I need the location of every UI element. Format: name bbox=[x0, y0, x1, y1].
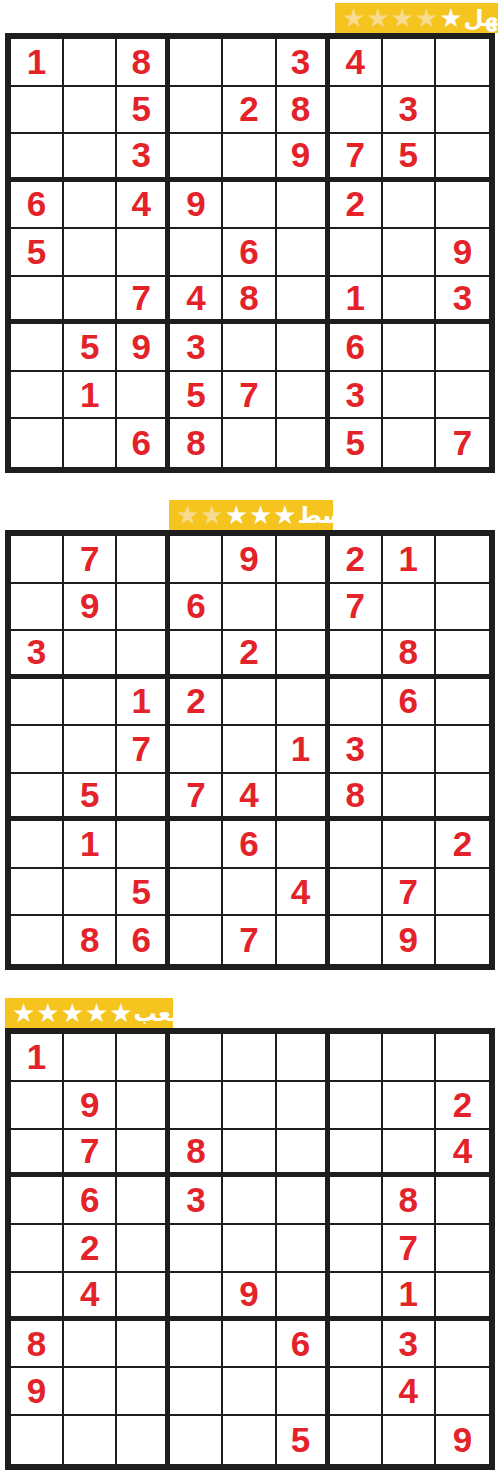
sudoku-cell-given: 9 bbox=[383, 916, 436, 964]
sudoku-cell-empty[interactable] bbox=[223, 419, 276, 467]
sudoku-cell-empty[interactable] bbox=[330, 1082, 383, 1130]
sudoku-cell-given: 9 bbox=[277, 134, 330, 182]
sudoku-cell-empty[interactable] bbox=[436, 372, 489, 420]
star-filled-icon: ★ bbox=[273, 502, 296, 528]
sudoku-cell-empty[interactable] bbox=[436, 324, 489, 372]
sudoku-cell-empty[interactable] bbox=[330, 1177, 383, 1225]
sudoku-cell-empty[interactable] bbox=[11, 277, 64, 325]
sudoku-cell-empty[interactable] bbox=[330, 631, 383, 679]
sudoku-cell-given: 1 bbox=[330, 277, 383, 325]
sudoku-cell-given: 5 bbox=[383, 134, 436, 182]
sudoku-cell-empty[interactable] bbox=[330, 1273, 383, 1321]
sudoku-cell-empty[interactable] bbox=[436, 1177, 489, 1225]
sudoku-cell-given: 7 bbox=[223, 916, 276, 964]
sudoku-cell-empty[interactable] bbox=[223, 584, 276, 632]
sudoku-cell-empty[interactable] bbox=[170, 821, 223, 869]
sudoku-cell-empty[interactable] bbox=[223, 1034, 276, 1082]
sudoku-cell-given: 7 bbox=[64, 536, 117, 584]
sudoku-cell-given: 6 bbox=[11, 182, 64, 230]
sudoku-cell-given: 4 bbox=[223, 774, 276, 822]
sudoku-cell-empty[interactable] bbox=[330, 679, 383, 727]
sudoku-cell-given: 8 bbox=[383, 1177, 436, 1225]
sudoku-cell-empty[interactable] bbox=[330, 1368, 383, 1416]
sudoku-cell-empty[interactable] bbox=[64, 39, 117, 87]
sudoku-cell-given: 9 bbox=[64, 1082, 117, 1130]
sudoku-cell-empty[interactable] bbox=[64, 134, 117, 182]
sudoku-cell-empty[interactable] bbox=[277, 584, 330, 632]
sudoku-cell-given: 9 bbox=[436, 1416, 489, 1464]
sudoku-cell-empty[interactable] bbox=[11, 584, 64, 632]
sudoku-cell-empty[interactable] bbox=[117, 584, 170, 632]
sudoku-cell-given: 6 bbox=[170, 584, 223, 632]
sudoku-grid-hard: 192784638274918639459 bbox=[5, 1028, 495, 1470]
sudoku-cell-given: 1 bbox=[11, 1034, 64, 1082]
star-empty-icon: ★ bbox=[391, 5, 414, 31]
difficulty-label-easy: سهل bbox=[464, 3, 500, 33]
sudoku-cell-empty[interactable] bbox=[64, 87, 117, 135]
sudoku-cell-given: 4 bbox=[277, 869, 330, 917]
sudoku-cell-empty[interactable] bbox=[117, 1130, 170, 1178]
sudoku-cell-given: 2 bbox=[436, 821, 489, 869]
sudoku-cell-empty[interactable] bbox=[436, 1273, 489, 1321]
sudoku-cell-empty[interactable] bbox=[170, 39, 223, 87]
sudoku-cell-empty[interactable] bbox=[117, 1034, 170, 1082]
difficulty-banner-hard: ★★★★★ صعب bbox=[5, 998, 173, 1028]
sudoku-cell-empty[interactable] bbox=[436, 39, 489, 87]
sudoku-cell-empty[interactable] bbox=[117, 1368, 170, 1416]
sudoku-cell-empty[interactable] bbox=[223, 1177, 276, 1225]
sudoku-cell-empty[interactable] bbox=[117, 1225, 170, 1273]
sudoku-cell-given: 2 bbox=[330, 182, 383, 230]
sudoku-cell-empty[interactable] bbox=[383, 277, 436, 325]
sudoku-cell-given: 8 bbox=[330, 774, 383, 822]
sudoku-cell-empty[interactable] bbox=[170, 1034, 223, 1082]
sudoku-cell-empty[interactable] bbox=[277, 277, 330, 325]
sudoku-cell-given: 5 bbox=[330, 419, 383, 467]
sudoku-cell-empty[interactable] bbox=[170, 229, 223, 277]
sudoku-cell-given: 7 bbox=[117, 277, 170, 325]
sudoku-cell-empty[interactable] bbox=[436, 1368, 489, 1416]
sudoku-cell-given: 7 bbox=[383, 869, 436, 917]
sudoku-cell-given: 8 bbox=[277, 87, 330, 135]
star-filled-icon: ★ bbox=[439, 5, 462, 31]
sudoku-cell-empty[interactable] bbox=[170, 726, 223, 774]
sudoku-cell-given: 7 bbox=[170, 774, 223, 822]
star-empty-icon: ★ bbox=[415, 5, 438, 31]
sudoku-cell-empty[interactable] bbox=[170, 536, 223, 584]
sudoku-cell-given: 2 bbox=[223, 87, 276, 135]
sudoku-cell-empty[interactable] bbox=[117, 821, 170, 869]
sudoku-cell-empty[interactable] bbox=[436, 1225, 489, 1273]
sudoku-cell-given: 8 bbox=[383, 631, 436, 679]
sudoku-cell-empty[interactable] bbox=[117, 631, 170, 679]
sudoku-cell-given: 6 bbox=[117, 419, 170, 467]
sudoku-cell-given: 9 bbox=[117, 324, 170, 372]
sudoku-cell-empty[interactable] bbox=[330, 1416, 383, 1464]
sudoku-cell-empty[interactable] bbox=[223, 1225, 276, 1273]
sudoku-cell-empty[interactable] bbox=[383, 419, 436, 467]
sudoku-cell-given: 2 bbox=[436, 1082, 489, 1130]
sudoku-cell-empty[interactable] bbox=[117, 774, 170, 822]
sudoku-cell-given: 3 bbox=[330, 726, 383, 774]
sudoku-cell-given: 2 bbox=[330, 536, 383, 584]
sudoku-cell-given: 4 bbox=[170, 277, 223, 325]
sudoku-cell-empty[interactable] bbox=[223, 1130, 276, 1178]
difficulty-banner-medium: ★★★★★ وسط bbox=[169, 500, 333, 530]
sudoku-cell-given: 9 bbox=[223, 1273, 276, 1321]
sudoku-cell-empty[interactable] bbox=[330, 1321, 383, 1369]
sudoku-cell-given: 6 bbox=[330, 324, 383, 372]
sudoku-cell-empty[interactable] bbox=[64, 869, 117, 917]
sudoku-cell-empty[interactable] bbox=[436, 679, 489, 727]
sudoku-cell-empty[interactable] bbox=[436, 1321, 489, 1369]
sudoku-cell-empty[interactable] bbox=[11, 821, 64, 869]
sudoku-cell-empty[interactable] bbox=[11, 324, 64, 372]
sudoku-cell-empty[interactable] bbox=[277, 229, 330, 277]
sudoku-cell-given: 7 bbox=[330, 584, 383, 632]
sudoku-cell-given: 1 bbox=[11, 39, 64, 87]
sudoku-cell-empty[interactable] bbox=[223, 1416, 276, 1464]
difficulty-label-hard: صعب bbox=[134, 998, 194, 1028]
sudoku-cell-empty[interactable] bbox=[64, 1416, 117, 1464]
star-empty-icon: ★ bbox=[200, 502, 223, 528]
sudoku-cell-given: 3 bbox=[330, 372, 383, 420]
sudoku-cell-given: 8 bbox=[170, 1130, 223, 1178]
sudoku-cell-empty[interactable] bbox=[383, 774, 436, 822]
sudoku-cell-empty[interactable] bbox=[383, 182, 436, 230]
sudoku-cell-empty[interactable] bbox=[436, 87, 489, 135]
difficulty-label-medium: وسط bbox=[298, 500, 360, 530]
sudoku-cell-empty[interactable] bbox=[277, 1082, 330, 1130]
sudoku-cell-given: 1 bbox=[383, 1273, 436, 1321]
difficulty-stars-medium: ★★★★★ bbox=[176, 502, 298, 528]
sudoku-cell-empty[interactable] bbox=[383, 39, 436, 87]
sudoku-cell-empty[interactable] bbox=[383, 229, 436, 277]
sudoku-cell-empty[interactable] bbox=[436, 1034, 489, 1082]
star-filled-icon: ★ bbox=[109, 1000, 132, 1026]
sudoku-cell-given: 5 bbox=[64, 324, 117, 372]
sudoku-cell-empty[interactable] bbox=[277, 631, 330, 679]
sudoku-cell-empty[interactable] bbox=[170, 1321, 223, 1369]
sudoku-grid-easy: 183452833975649256974813593615736857 bbox=[5, 33, 495, 473]
sudoku-cell-empty[interactable] bbox=[436, 869, 489, 917]
sudoku-cell-empty[interactable] bbox=[117, 229, 170, 277]
sudoku-cell-empty[interactable] bbox=[11, 916, 64, 964]
sudoku-cell-empty[interactable] bbox=[117, 1177, 170, 1225]
sudoku-cell-empty[interactable] bbox=[117, 1416, 170, 1464]
sudoku-cell-empty[interactable] bbox=[383, 1082, 436, 1130]
star-filled-icon: ★ bbox=[36, 1000, 59, 1026]
sudoku-cell-empty[interactable] bbox=[223, 726, 276, 774]
sudoku-cell-given: 9 bbox=[11, 1368, 64, 1416]
star-filled-icon: ★ bbox=[225, 502, 248, 528]
sudoku-cell-empty[interactable] bbox=[11, 1130, 64, 1178]
sudoku-cell-empty[interactable] bbox=[170, 87, 223, 135]
sudoku-cell-given: 1 bbox=[64, 372, 117, 420]
sudoku-page: ★★★★★ سهل 183452833975649256974813593615… bbox=[0, 0, 500, 1475]
sudoku-cell-empty[interactable] bbox=[11, 869, 64, 917]
sudoku-cell-empty[interactable] bbox=[64, 229, 117, 277]
sudoku-cell-empty[interactable] bbox=[277, 324, 330, 372]
sudoku-cell-empty[interactable] bbox=[64, 1321, 117, 1369]
sudoku-cell-empty[interactable] bbox=[436, 182, 489, 230]
sudoku-cell-empty[interactable] bbox=[223, 1082, 276, 1130]
sudoku-cell-empty[interactable] bbox=[383, 372, 436, 420]
sudoku-cell-given: 4 bbox=[64, 1273, 117, 1321]
sudoku-cell-empty[interactable] bbox=[436, 134, 489, 182]
sudoku-cell-empty[interactable] bbox=[277, 1034, 330, 1082]
sudoku-cell-empty[interactable] bbox=[277, 1273, 330, 1321]
sudoku-cell-given: 8 bbox=[117, 39, 170, 87]
sudoku-cell-empty[interactable] bbox=[11, 87, 64, 135]
sudoku-cell-empty[interactable] bbox=[223, 679, 276, 727]
sudoku-cell-given: 9 bbox=[223, 536, 276, 584]
sudoku-cell-empty[interactable] bbox=[277, 372, 330, 420]
sudoku-cell-empty[interactable] bbox=[436, 726, 489, 774]
sudoku-cell-empty[interactable] bbox=[170, 1368, 223, 1416]
sudoku-cell-empty[interactable] bbox=[330, 1034, 383, 1082]
sudoku-cell-empty[interactable] bbox=[277, 679, 330, 727]
sudoku-cell-empty[interactable] bbox=[383, 1416, 436, 1464]
sudoku-cell-given: 3 bbox=[277, 39, 330, 87]
sudoku-cell-empty[interactable] bbox=[117, 1321, 170, 1369]
sudoku-cell-empty[interactable] bbox=[277, 182, 330, 230]
sudoku-cell-given: 5 bbox=[170, 372, 223, 420]
sudoku-cell-empty[interactable] bbox=[330, 1130, 383, 1178]
difficulty-stars-hard: ★★★★★ bbox=[12, 1000, 134, 1026]
star-empty-icon: ★ bbox=[176, 502, 199, 528]
sudoku-cell-empty[interactable] bbox=[64, 631, 117, 679]
sudoku-cell-empty[interactable] bbox=[223, 39, 276, 87]
sudoku-cell-empty[interactable] bbox=[277, 1177, 330, 1225]
sudoku-cell-empty[interactable] bbox=[170, 1082, 223, 1130]
sudoku-cell-empty[interactable] bbox=[11, 1082, 64, 1130]
sudoku-cell-empty[interactable] bbox=[223, 1321, 276, 1369]
sudoku-cell-given: 7 bbox=[117, 726, 170, 774]
difficulty-stars-easy: ★★★★★ bbox=[342, 5, 464, 31]
sudoku-cell-given: 7 bbox=[436, 419, 489, 467]
sudoku-cell-empty[interactable] bbox=[383, 584, 436, 632]
star-filled-icon: ★ bbox=[61, 1000, 84, 1026]
sudoku-cell-empty[interactable] bbox=[117, 372, 170, 420]
star-empty-icon: ★ bbox=[342, 5, 365, 31]
sudoku-cell-empty[interactable] bbox=[330, 821, 383, 869]
star-empty-icon: ★ bbox=[366, 5, 389, 31]
sudoku-cell-given: 1 bbox=[64, 821, 117, 869]
sudoku-cell-empty[interactable] bbox=[277, 536, 330, 584]
sudoku-cell-given: 9 bbox=[170, 182, 223, 230]
sudoku-cell-empty[interactable] bbox=[117, 1082, 170, 1130]
sudoku-cell-empty[interactable] bbox=[383, 726, 436, 774]
sudoku-cell-given: 9 bbox=[436, 229, 489, 277]
sudoku-cell-empty[interactable] bbox=[11, 419, 64, 467]
sudoku-cell-given: 8 bbox=[223, 277, 276, 325]
difficulty-banner-easy: ★★★★★ سهل bbox=[335, 3, 498, 33]
sudoku-cell-empty[interactable] bbox=[170, 631, 223, 679]
sudoku-cell-empty[interactable] bbox=[277, 1130, 330, 1178]
sudoku-cell-empty[interactable] bbox=[170, 1416, 223, 1464]
sudoku-cell-given: 4 bbox=[117, 182, 170, 230]
sudoku-cell-given: 3 bbox=[170, 324, 223, 372]
sudoku-cell-given: 5 bbox=[117, 87, 170, 135]
star-filled-icon: ★ bbox=[85, 1000, 108, 1026]
sudoku-cell-given: 3 bbox=[170, 1177, 223, 1225]
sudoku-cell-given: 9 bbox=[64, 584, 117, 632]
sudoku-cell-empty[interactable] bbox=[170, 1225, 223, 1273]
sudoku-cell-given: 6 bbox=[64, 1177, 117, 1225]
sudoku-cell-given: 5 bbox=[64, 774, 117, 822]
sudoku-cell-given: 6 bbox=[277, 1321, 330, 1369]
sudoku-cell-empty[interactable] bbox=[117, 1273, 170, 1321]
sudoku-cell-empty[interactable] bbox=[11, 1177, 64, 1225]
sudoku-cell-empty[interactable] bbox=[11, 536, 64, 584]
sudoku-cell-empty[interactable] bbox=[330, 869, 383, 917]
sudoku-cell-given: 6 bbox=[383, 679, 436, 727]
sudoku-cell-given: 5 bbox=[117, 869, 170, 917]
sudoku-cell-empty[interactable] bbox=[170, 869, 223, 917]
sudoku-cell-given: 4 bbox=[436, 1130, 489, 1178]
sudoku-cell-empty[interactable] bbox=[170, 134, 223, 182]
sudoku-cell-empty[interactable] bbox=[436, 536, 489, 584]
sudoku-cell-given: 2 bbox=[170, 679, 223, 727]
sudoku-cell-given: 3 bbox=[383, 1321, 436, 1369]
sudoku-cell-empty[interactable] bbox=[64, 1368, 117, 1416]
sudoku-cell-empty[interactable] bbox=[436, 584, 489, 632]
sudoku-cell-given: 6 bbox=[223, 821, 276, 869]
sudoku-cell-given: 7 bbox=[383, 1225, 436, 1273]
sudoku-cell-empty[interactable] bbox=[223, 182, 276, 230]
sudoku-cell-empty[interactable] bbox=[223, 324, 276, 372]
sudoku-cell-given: 3 bbox=[11, 631, 64, 679]
sudoku-cell-given: 6 bbox=[117, 916, 170, 964]
sudoku-cell-given: 2 bbox=[223, 631, 276, 679]
sudoku-cell-given: 7 bbox=[223, 372, 276, 420]
sudoku-cell-empty[interactable] bbox=[223, 1368, 276, 1416]
sudoku-cell-given: 1 bbox=[117, 679, 170, 727]
sudoku-cell-empty[interactable] bbox=[277, 774, 330, 822]
sudoku-cell-given: 8 bbox=[170, 419, 223, 467]
sudoku-cell-given: 4 bbox=[330, 39, 383, 87]
sudoku-cell-given: 8 bbox=[11, 1321, 64, 1369]
sudoku-cell-empty[interactable] bbox=[11, 726, 64, 774]
sudoku-cell-given: 6 bbox=[223, 229, 276, 277]
sudoku-cell-given: 5 bbox=[11, 229, 64, 277]
sudoku-cell-given: 3 bbox=[383, 87, 436, 135]
sudoku-cell-empty[interactable] bbox=[277, 916, 330, 964]
sudoku-cell-given: 8 bbox=[64, 916, 117, 964]
sudoku-cell-empty[interactable] bbox=[223, 869, 276, 917]
sudoku-cell-given: 1 bbox=[277, 726, 330, 774]
sudoku-cell-empty[interactable] bbox=[277, 1225, 330, 1273]
sudoku-cell-empty[interactable] bbox=[11, 372, 64, 420]
sudoku-cell-empty[interactable] bbox=[11, 1416, 64, 1464]
sudoku-cell-empty[interactable] bbox=[436, 631, 489, 679]
sudoku-cell-empty[interactable] bbox=[277, 1368, 330, 1416]
sudoku-grid-medium: 792196732812671357481625478679 bbox=[5, 530, 495, 970]
star-filled-icon: ★ bbox=[249, 502, 272, 528]
sudoku-cell-given: 7 bbox=[330, 134, 383, 182]
sudoku-cell-empty[interactable] bbox=[383, 1130, 436, 1178]
sudoku-cell-empty[interactable] bbox=[277, 419, 330, 467]
sudoku-cell-empty[interactable] bbox=[64, 679, 117, 727]
star-filled-icon: ★ bbox=[12, 1000, 35, 1026]
sudoku-cell-empty[interactable] bbox=[11, 1225, 64, 1273]
sudoku-cell-empty[interactable] bbox=[330, 916, 383, 964]
sudoku-cell-empty[interactable] bbox=[11, 774, 64, 822]
sudoku-cell-empty[interactable] bbox=[64, 726, 117, 774]
sudoku-cell-empty[interactable] bbox=[436, 916, 489, 964]
sudoku-cell-empty[interactable] bbox=[117, 536, 170, 584]
sudoku-cell-empty[interactable] bbox=[11, 134, 64, 182]
sudoku-cell-empty[interactable] bbox=[64, 182, 117, 230]
sudoku-cell-empty[interactable] bbox=[330, 229, 383, 277]
sudoku-cell-given: 7 bbox=[64, 1130, 117, 1178]
sudoku-cell-empty[interactable] bbox=[277, 821, 330, 869]
sudoku-cell-empty[interactable] bbox=[11, 679, 64, 727]
sudoku-cell-given: 5 bbox=[277, 1416, 330, 1464]
sudoku-cell-empty[interactable] bbox=[330, 87, 383, 135]
sudoku-cell-given: 4 bbox=[383, 1368, 436, 1416]
sudoku-cell-empty[interactable] bbox=[64, 419, 117, 467]
sudoku-cell-given: 1 bbox=[383, 536, 436, 584]
sudoku-cell-empty[interactable] bbox=[436, 774, 489, 822]
sudoku-cell-empty[interactable] bbox=[223, 134, 276, 182]
sudoku-cell-empty[interactable] bbox=[383, 821, 436, 869]
sudoku-cell-empty[interactable] bbox=[64, 277, 117, 325]
sudoku-cell-empty[interactable] bbox=[64, 1034, 117, 1082]
sudoku-cell-empty[interactable] bbox=[383, 324, 436, 372]
sudoku-cell-empty[interactable] bbox=[170, 916, 223, 964]
sudoku-cell-given: 3 bbox=[436, 277, 489, 325]
sudoku-cell-empty[interactable] bbox=[170, 1273, 223, 1321]
sudoku-cell-empty[interactable] bbox=[11, 1273, 64, 1321]
sudoku-cell-empty[interactable] bbox=[383, 1034, 436, 1082]
sudoku-cell-empty[interactable] bbox=[330, 1225, 383, 1273]
sudoku-cell-given: 3 bbox=[117, 134, 170, 182]
sudoku-cell-given: 2 bbox=[64, 1225, 117, 1273]
